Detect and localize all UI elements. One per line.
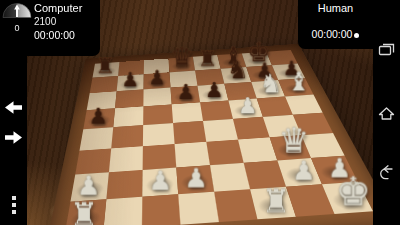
square-a1[interactable]: ♜ <box>65 199 106 225</box>
piece-white-queen-g3[interactable]: ♛ <box>278 124 309 159</box>
piece-black-rook-e8[interactable]: ♜ <box>198 48 217 69</box>
piece-black-queen-d8[interactable]: ♛ <box>170 44 194 71</box>
human-player-panel: Human 00:00:00 <box>298 0 373 49</box>
square-e5[interactable] <box>200 100 233 121</box>
square-b6[interactable] <box>115 89 144 108</box>
piece-white-knight-g6[interactable]: ♞ <box>259 71 282 97</box>
computer-player-panel: 0 Computer 2100 00:00:00 <box>0 0 100 56</box>
square-b5[interactable] <box>113 106 143 127</box>
eval-score: 0 <box>0 23 34 33</box>
piece-black-knight-f7[interactable]: ♞ <box>227 58 249 82</box>
square-e4[interactable] <box>203 119 238 142</box>
human-name-label: Human <box>298 2 373 14</box>
chess-board[interactable]: ♜♛♜♝♚♟♟♞♟♟♟♟♞♝♟♟♛♟♟♟♟♟♜♜♚ <box>65 50 373 225</box>
computer-name-label: Computer <box>34 2 100 14</box>
square-b3[interactable] <box>109 146 143 172</box>
square-c1[interactable] <box>142 194 181 225</box>
piece-white-bishop-h6[interactable]: ♝ <box>288 69 311 95</box>
square-g5[interactable] <box>257 96 293 116</box>
square-d4[interactable] <box>173 121 206 144</box>
piece-white-rook-f1[interactable]: ♜ <box>262 185 291 217</box>
square-c6[interactable] <box>143 88 171 107</box>
recent-apps-icon[interactable] <box>376 38 397 59</box>
square-d1[interactable] <box>178 192 219 225</box>
piece-black-pawn-a5[interactable]: ♟ <box>88 106 108 128</box>
square-f7[interactable]: ♞ <box>221 67 252 84</box>
square-d2[interactable]: ♟ <box>176 165 214 194</box>
square-f5[interactable]: ♟ <box>228 98 262 118</box>
chess-app-screen: ♜♛♜♝♚♟♟♞♟♟♟♟♞♝♟♟♛♟♟♟♟♟♜♜♚ 0 Computer 210… <box>0 0 400 225</box>
square-b2[interactable] <box>106 170 142 199</box>
computer-rating: 2100 <box>34 16 100 27</box>
square-d6[interactable]: ♟ <box>170 86 200 105</box>
to-move-indicator-dot <box>354 33 359 38</box>
piece-black-pawn-d6[interactable]: ♟ <box>176 82 195 103</box>
square-d8[interactable]: ♛ <box>168 57 195 73</box>
piece-white-pawn-c2[interactable]: ♟ <box>148 168 172 194</box>
home-icon[interactable] <box>376 103 397 124</box>
advantage-gauge-icon <box>2 3 32 18</box>
square-e6[interactable]: ♟ <box>197 84 228 103</box>
square-d5[interactable] <box>172 102 203 123</box>
android-navbar <box>373 0 400 225</box>
piece-black-rook-a8[interactable]: ♜ <box>96 55 115 76</box>
piece-black-pawn-c7[interactable]: ♟ <box>148 68 166 88</box>
square-c5[interactable] <box>143 104 173 125</box>
previous-move-button[interactable] <box>4 100 23 115</box>
board-frame: ♜♛♜♝♚♟♟♞♟♟♟♟♞♝♟♟♛♟♟♟♟♟♜♜♚ <box>45 44 397 225</box>
square-e3[interactable] <box>206 140 243 166</box>
square-b4[interactable] <box>111 125 143 148</box>
square-b1[interactable] <box>103 197 142 225</box>
computer-clock: 00:00:00 <box>34 29 100 41</box>
square-f1[interactable]: ♜ <box>250 187 296 220</box>
next-move-button[interactable] <box>4 130 23 145</box>
square-a4[interactable] <box>80 127 114 150</box>
piece-white-rook-a1[interactable]: ♜ <box>70 198 99 225</box>
square-h6[interactable]: ♝ <box>278 78 313 96</box>
human-clock: 00:00:00 <box>298 28 373 40</box>
square-a5[interactable]: ♟ <box>83 108 115 129</box>
piece-black-pawn-e6[interactable]: ♟ <box>205 80 224 101</box>
piece-white-king-h1[interactable]: ♚ <box>335 172 371 212</box>
piece-black-pawn-b7[interactable]: ♟ <box>121 70 139 90</box>
square-h5[interactable] <box>285 94 323 114</box>
square-c4[interactable] <box>143 123 175 146</box>
piece-white-pawn-f5[interactable]: ♟ <box>238 95 258 117</box>
square-e8[interactable]: ♜ <box>193 55 221 70</box>
piece-white-pawn-d2[interactable]: ♟ <box>184 166 208 192</box>
overflow-menu-icon[interactable] <box>10 196 17 217</box>
back-icon[interactable] <box>376 163 397 184</box>
piece-white-pawn-g2[interactable]: ♟ <box>292 158 316 184</box>
square-c2[interactable]: ♟ <box>142 168 178 197</box>
